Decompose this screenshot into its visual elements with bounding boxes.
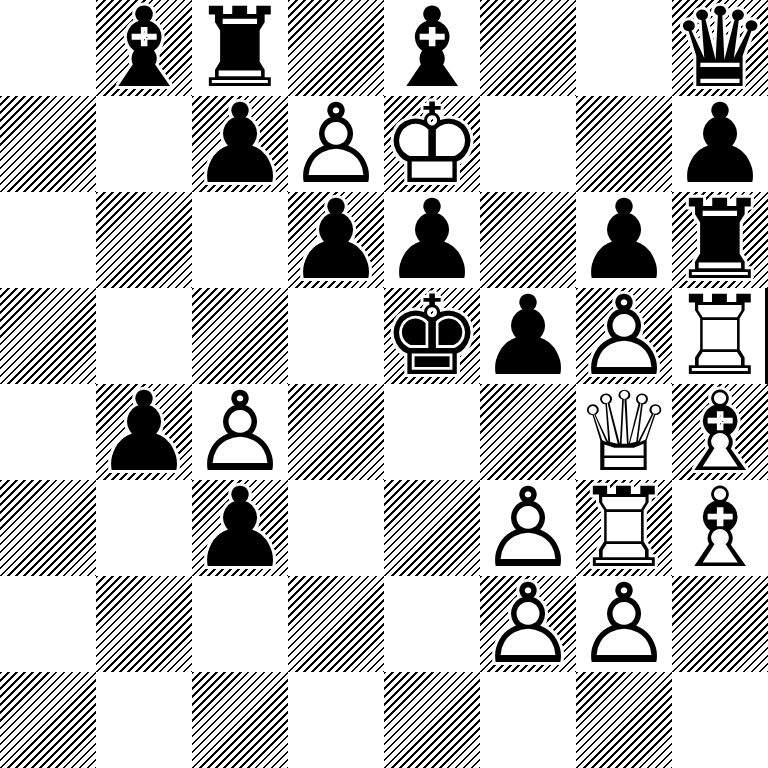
- piece-glyph: ♟: [192, 480, 288, 576]
- square-a8[interactable]: [0, 0, 96, 96]
- square-e3[interactable]: [384, 480, 480, 576]
- square-b2[interactable]: [96, 576, 192, 672]
- square-b8[interactable]: ♝♝: [96, 0, 192, 96]
- piece-white-pawn[interactable]: ♟♙: [576, 576, 672, 672]
- square-d3[interactable]: [288, 480, 384, 576]
- piece-glyph: ♗: [672, 480, 768, 576]
- square-g8[interactable]: [576, 0, 672, 96]
- square-d6[interactable]: ♟♟: [288, 192, 384, 288]
- piece-glyph: ♟: [192, 96, 288, 192]
- square-b1[interactable]: [96, 672, 192, 768]
- piece-glyph: ♟: [288, 192, 384, 288]
- square-a5[interactable]: [0, 288, 96, 384]
- square-e2[interactable]: [384, 576, 480, 672]
- square-d2[interactable]: [288, 576, 384, 672]
- square-a1[interactable]: [0, 672, 96, 768]
- square-d1[interactable]: [288, 672, 384, 768]
- piece-black-pawn[interactable]: ♟♟: [96, 384, 192, 480]
- square-a6[interactable]: [0, 192, 96, 288]
- piece-glyph: ♙: [480, 576, 576, 672]
- square-a4[interactable]: [0, 384, 96, 480]
- square-c7[interactable]: ♟♟: [192, 96, 288, 192]
- piece-black-bishop[interactable]: ♝♝: [96, 0, 192, 96]
- square-a7[interactable]: [0, 96, 96, 192]
- piece-black-pawn[interactable]: ♟♟: [480, 288, 576, 384]
- square-h1[interactable]: [672, 672, 768, 768]
- piece-glyph: ♚: [384, 288, 480, 384]
- square-c3[interactable]: ♟♟: [192, 480, 288, 576]
- chessboard: ♝♝♜♜♝♝♛♛♟♟♟♙♚♔♟♟♟♟♟♟♟♟♜♜♚♚♟♟♟♙♜♖♟♟♟♙♛♕♝♗…: [0, 0, 768, 768]
- square-f8[interactable]: [480, 0, 576, 96]
- piece-black-pawn[interactable]: ♟♟: [192, 96, 288, 192]
- piece-white-pawn[interactable]: ♟♙: [480, 576, 576, 672]
- square-h3[interactable]: ♝♗: [672, 480, 768, 576]
- square-b6[interactable]: [96, 192, 192, 288]
- piece-black-pawn[interactable]: ♟♟: [192, 480, 288, 576]
- square-d4[interactable]: [288, 384, 384, 480]
- square-f2[interactable]: ♟♙: [480, 576, 576, 672]
- piece-glyph: ♟: [480, 288, 576, 384]
- piece-glyph: ♟: [96, 384, 192, 480]
- square-e5[interactable]: ♚♚: [384, 288, 480, 384]
- piece-glyph: ♝: [96, 0, 192, 96]
- square-a3[interactable]: [0, 480, 96, 576]
- square-b4[interactable]: ♟♟: [96, 384, 192, 480]
- square-f5[interactable]: ♟♟: [480, 288, 576, 384]
- square-c1[interactable]: [192, 672, 288, 768]
- piece-white-bishop[interactable]: ♝♗: [672, 480, 768, 576]
- piece-glyph: ♙: [576, 576, 672, 672]
- piece-black-pawn[interactable]: ♟♟: [288, 192, 384, 288]
- piece-black-king[interactable]: ♚♚: [384, 288, 480, 384]
- square-e1[interactable]: [384, 672, 480, 768]
- square-f7[interactable]: [480, 96, 576, 192]
- square-a2[interactable]: [0, 576, 96, 672]
- square-g2[interactable]: ♟♙: [576, 576, 672, 672]
